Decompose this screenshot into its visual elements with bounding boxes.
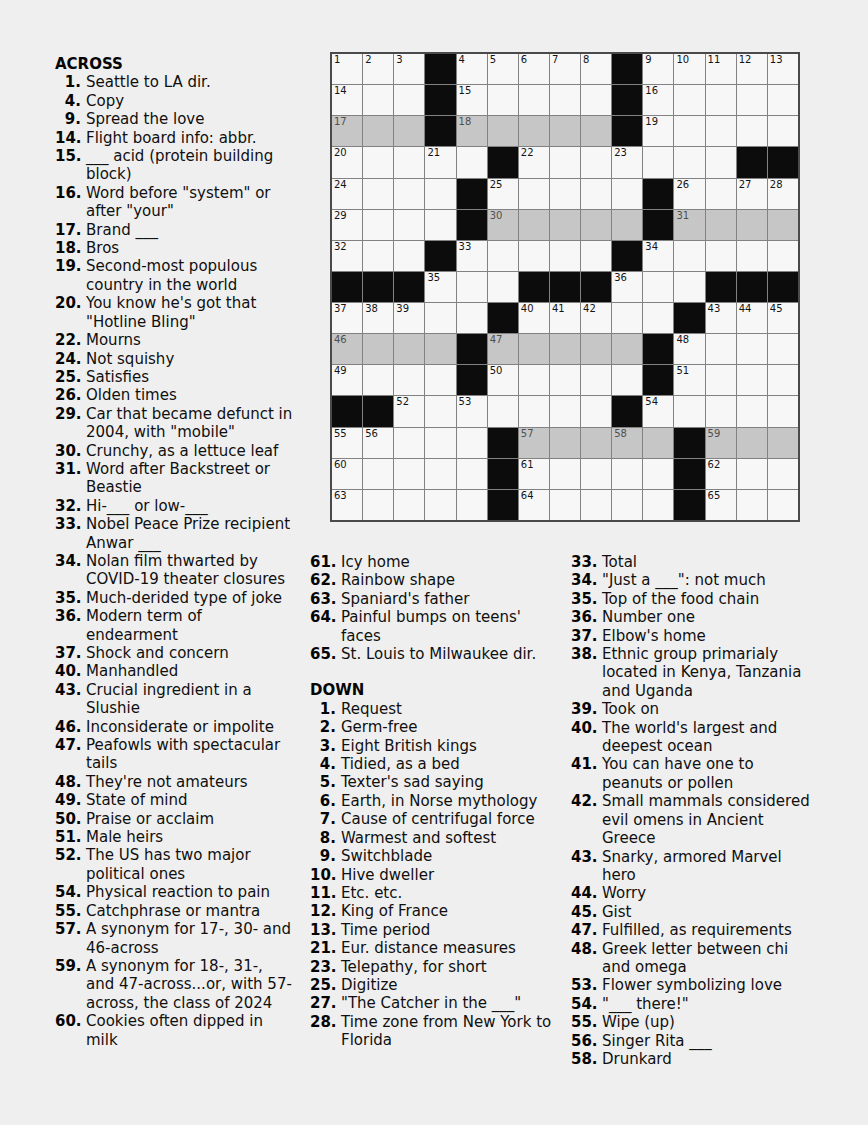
clue-text: "___ there!" [602, 995, 817, 1013]
grid-cell[interactable] [737, 116, 767, 146]
grid-cell[interactable] [706, 334, 736, 364]
clue-45-down[interactable]: 45.Gist [571, 903, 817, 921]
grid-cell[interactable] [425, 490, 455, 520]
grid-cell[interactable]: 6 [519, 54, 549, 84]
clue-8-down[interactable]: 8.Warmest and softest [310, 829, 552, 847]
clue-16-across[interactable]: 16.Word before "system" or after "your" [55, 184, 293, 221]
clue-19-across[interactable]: 19.Second-most populous country in the w… [55, 257, 293, 294]
shaded-cell[interactable]: 18 [457, 116, 487, 146]
grid-cell[interactable]: 50 [488, 365, 518, 395]
grid-cell[interactable] [581, 179, 611, 209]
clue-9-down[interactable]: 9.Switchblade [310, 847, 552, 865]
grid-cell[interactable] [706, 396, 736, 426]
grid-cell[interactable] [581, 241, 611, 271]
down-clue-list: 1.Request2.Germ-free3.Eight British king… [310, 700, 552, 1050]
clue-58-down[interactable]: 58.Drunkard [571, 1050, 817, 1068]
clue-1-down[interactable]: 1.Request [310, 700, 552, 718]
grid-cell[interactable] [457, 428, 487, 458]
grid-cell[interactable] [550, 490, 580, 520]
clue-41-down[interactable]: 41.You can have one to peanuts or pollen [571, 755, 817, 792]
grid-cell[interactable]: 4 [457, 54, 487, 84]
clue-number: 9. [55, 110, 81, 128]
grid-cell[interactable] [457, 147, 487, 177]
clue-32-across[interactable]: 32.Hi-___ or low-___ [55, 497, 293, 515]
grid-cell[interactable]: 11 [706, 54, 736, 84]
clue-4-across[interactable]: 4.Copy [55, 92, 293, 110]
grid-cell[interactable] [706, 85, 736, 115]
clue-47-across[interactable]: 47.Peafowls with spectacular tails [55, 736, 293, 773]
clue-13-down[interactable]: 13.Time period [310, 921, 552, 939]
grid-cell[interactable] [643, 303, 673, 333]
clue-number: 62. [310, 571, 336, 589]
grid-cell[interactable] [581, 459, 611, 489]
clue-25-down[interactable]: 25.Digitize [310, 976, 552, 994]
clue-number: 58. [571, 1050, 597, 1068]
grid-cell[interactable]: 28 [768, 179, 798, 209]
shaded-cell[interactable] [550, 334, 580, 364]
shaded-cell[interactable] [550, 210, 580, 240]
grid-cell[interactable]: 55 [332, 428, 362, 458]
clue-37-across[interactable]: 37.Shock and concern [55, 644, 293, 662]
shaded-cell[interactable]: 58 [612, 428, 642, 458]
clue-number: 60. [55, 1012, 81, 1030]
grid-cell[interactable] [550, 147, 580, 177]
grid-cell[interactable]: 21 [425, 147, 455, 177]
grid-cell[interactable] [519, 241, 549, 271]
grid-cell[interactable] [488, 85, 518, 115]
grid-cell[interactable] [768, 396, 798, 426]
grid-cell[interactable] [612, 490, 642, 520]
clue-55-down[interactable]: 55.Wipe (up) [571, 1013, 817, 1031]
shaded-cell[interactable] [737, 428, 767, 458]
grid-cell[interactable]: 65 [706, 490, 736, 520]
grid-cell[interactable]: 16 [643, 85, 673, 115]
grid-cell[interactable] [643, 459, 673, 489]
grid-cell[interactable] [363, 241, 393, 271]
grid-cell[interactable] [612, 179, 642, 209]
shaded-cell[interactable]: 46 [332, 334, 362, 364]
grid-cell[interactable] [394, 365, 424, 395]
grid-cell[interactable] [425, 365, 455, 395]
shaded-cell[interactable] [768, 428, 798, 458]
grid-cell[interactable] [706, 147, 736, 177]
grid-cell[interactable] [394, 241, 424, 271]
grid-cell[interactable]: 3 [394, 54, 424, 84]
clue-48-across[interactable]: 48.They're not amateurs [55, 773, 293, 791]
grid-cell[interactable] [581, 147, 611, 177]
black-square [643, 365, 673, 395]
shaded-cell[interactable]: 31 [674, 210, 704, 240]
clue-text: Flight board info: abbr. [86, 129, 293, 147]
shaded-cell[interactable] [550, 116, 580, 146]
clue-6-down[interactable]: 6.Earth, in Norse mythology [310, 792, 552, 810]
grid-cell[interactable] [488, 396, 518, 426]
clue-46-across[interactable]: 46.Inconsiderate or impolite [55, 718, 293, 736]
grid-cell[interactable] [674, 272, 704, 302]
grid-cell[interactable] [457, 272, 487, 302]
cell-number: 12 [739, 54, 752, 66]
grid-cell[interactable] [550, 396, 580, 426]
grid-cell[interactable] [737, 241, 767, 271]
shaded-cell[interactable] [612, 334, 642, 364]
clue-35-down[interactable]: 35.Top of the food chain [571, 590, 817, 608]
clue-24-across[interactable]: 24.Not squishy [55, 350, 293, 368]
clue-9-across[interactable]: 9.Spread the love [55, 110, 293, 128]
grid-cell[interactable]: 36 [612, 272, 642, 302]
grid-cell[interactable]: 51 [674, 365, 704, 395]
cell-number: 58 [614, 428, 627, 440]
grid-cell[interactable] [363, 179, 393, 209]
clue-37-down[interactable]: 37.Elbow's home [571, 627, 817, 645]
grid-cell[interactable] [394, 210, 424, 240]
clue-4-down[interactable]: 4.Tidied, as a bed [310, 755, 552, 773]
grid-cell[interactable]: 39 [394, 303, 424, 333]
grid-cell[interactable] [674, 85, 704, 115]
grid-cell[interactable] [581, 85, 611, 115]
grid-cell[interactable]: 54 [643, 396, 673, 426]
clue-text: Etc. etc. [341, 884, 552, 902]
grid-cell[interactable]: 35 [425, 272, 455, 302]
grid-cell[interactable] [550, 85, 580, 115]
grid-cell[interactable] [612, 459, 642, 489]
black-square [612, 54, 642, 84]
shaded-cell[interactable] [519, 116, 549, 146]
grid-cell[interactable] [581, 490, 611, 520]
clue-59-across[interactable]: 59.A synonym for 18-, 31-, and 47-across… [55, 957, 293, 1012]
grid-cell[interactable]: 14 [332, 85, 362, 115]
clue-50-across[interactable]: 50.Praise or acclaim [55, 810, 293, 828]
grid-cell[interactable] [737, 85, 767, 115]
crossword-grid[interactable]: 1234567891011121314151617181920212223242… [330, 52, 800, 522]
clue-29-across[interactable]: 29.Car that became defunct in 2004, with… [55, 405, 293, 442]
clue-62-across[interactable]: 62.Rainbow shape [310, 571, 552, 589]
grid-cell[interactable]: 24 [332, 179, 362, 209]
clue-33-across[interactable]: 33.Nobel Peace Prize recipient Anwar ___ [55, 515, 293, 552]
grid-cell[interactable] [394, 428, 424, 458]
grid-cell[interactable]: 34 [643, 241, 673, 271]
grid-cell[interactable]: 22 [519, 147, 549, 177]
clue-56-down[interactable]: 56.Singer Rita ___ [571, 1032, 817, 1050]
grid-cell[interactable]: 37 [332, 303, 362, 333]
clue-60-across[interactable]: 60.Cookies often dipped in milk [55, 1012, 293, 1049]
grid-cell[interactable] [457, 303, 487, 333]
grid-cell[interactable] [519, 85, 549, 115]
clue-11-down[interactable]: 11.Etc. etc. [310, 884, 552, 902]
grid-cell[interactable] [674, 116, 704, 146]
clue-text: Crucial ingredient in a Slushie [86, 681, 293, 718]
grid-cell[interactable] [519, 396, 549, 426]
cell-number: 3 [396, 54, 402, 66]
clue-27-down[interactable]: 27."The Catcher in the ___" [310, 994, 552, 1012]
clue-54-across[interactable]: 54.Physical reaction to pain [55, 883, 293, 901]
clue-22-across[interactable]: 22.Mourns [55, 331, 293, 349]
clue-44-down[interactable]: 44.Worry [571, 884, 817, 902]
grid-cell[interactable] [425, 303, 455, 333]
shaded-cell[interactable] [550, 428, 580, 458]
grid-cell[interactable] [425, 459, 455, 489]
across-clues-column: ACROSS 1.Seattle to LA dir.4.Copy9.Sprea… [55, 55, 293, 1049]
grid-cell[interactable]: 61 [519, 459, 549, 489]
shaded-cell[interactable]: 59 [706, 428, 736, 458]
grid-cell[interactable] [394, 490, 424, 520]
clue-36-down[interactable]: 36.Number one [571, 608, 817, 626]
grid-cell[interactable] [768, 490, 798, 520]
grid-cell[interactable]: 63 [332, 490, 362, 520]
grid-cell[interactable] [425, 210, 455, 240]
clue-12-down[interactable]: 12.King of France [310, 902, 552, 920]
shaded-cell[interactable] [706, 210, 736, 240]
clue-48-down[interactable]: 48.Greek letter between chi and omega [571, 940, 817, 977]
grid-cell[interactable] [768, 85, 798, 115]
clue-51-across[interactable]: 51.Male heirs [55, 828, 293, 846]
grid-cell[interactable] [737, 490, 767, 520]
grid-cell[interactable] [737, 334, 767, 364]
black-square [768, 272, 798, 302]
clue-7-down[interactable]: 7.Cause of centrifugal force [310, 810, 552, 828]
grid-cell[interactable] [394, 179, 424, 209]
grid-cell[interactable]: 7 [550, 54, 580, 84]
clue-number: 37. [55, 644, 81, 662]
clue-53-down[interactable]: 53.Flower symbolizing love [571, 976, 817, 994]
shaded-cell[interactable] [363, 334, 393, 364]
shaded-cell[interactable] [488, 116, 518, 146]
clue-30-across[interactable]: 30.Crunchy, as a lettuce leaf [55, 442, 293, 460]
clue-43-across[interactable]: 43.Crucial ingredient in a Slushie [55, 681, 293, 718]
clue-number: 9. [310, 847, 336, 865]
grid-cell[interactable] [363, 210, 393, 240]
shaded-cell[interactable] [394, 116, 424, 146]
grid-cell[interactable] [425, 179, 455, 209]
shaded-cell[interactable]: 57 [519, 428, 549, 458]
grid-cell[interactable]: 1 [332, 54, 362, 84]
grid-cell[interactable]: 23 [612, 147, 642, 177]
grid-cell[interactable]: 62 [706, 459, 736, 489]
clue-26-across[interactable]: 26.Olden times [55, 386, 293, 404]
clue-36-across[interactable]: 36.Modern term of endearment [55, 607, 293, 644]
across-header: ACROSS [55, 55, 293, 73]
clue-17-across[interactable]: 17.Brand ___ [55, 221, 293, 239]
grid-cell[interactable]: 10 [674, 54, 704, 84]
grid-cell[interactable]: 40 [519, 303, 549, 333]
grid-cell[interactable] [768, 459, 798, 489]
clue-34-down[interactable]: 34."Just a ___": not much [571, 571, 817, 589]
clue-40-down[interactable]: 40.The world's largest and deepest ocean [571, 719, 817, 756]
clue-39-down[interactable]: 39.Took on [571, 700, 817, 718]
grid-cell[interactable] [706, 116, 736, 146]
clue-47-down[interactable]: 47.Fulfilled, as requirements [571, 921, 817, 939]
grid-cell[interactable] [550, 179, 580, 209]
clue-40-across[interactable]: 40.Manhandled [55, 662, 293, 680]
shaded-cell[interactable] [519, 210, 549, 240]
grid-cell[interactable]: 38 [363, 303, 393, 333]
grid-cell[interactable] [519, 179, 549, 209]
clue-5-down[interactable]: 5.Texter's sad saying [310, 773, 552, 791]
shaded-cell[interactable] [425, 334, 455, 364]
grid-cell[interactable]: 27 [737, 179, 767, 209]
clue-21-down[interactable]: 21.Eur. distance measures [310, 939, 552, 957]
clue-number: 59. [55, 957, 81, 975]
grid-cell[interactable] [737, 459, 767, 489]
grid-cell[interactable] [488, 272, 518, 302]
clue-1-across[interactable]: 1.Seattle to LA dir. [55, 73, 293, 91]
grid-cell[interactable]: 9 [643, 54, 673, 84]
grid-cell[interactable] [768, 241, 798, 271]
clue-10-down[interactable]: 10.Hive dweller [310, 866, 552, 884]
clue-35-across[interactable]: 35.Much-derided type of joke [55, 589, 293, 607]
clue-number: 51. [55, 828, 81, 846]
grid-cell[interactable] [674, 396, 704, 426]
cell-number: 31 [676, 210, 689, 222]
clue-text: Texter's sad saying [341, 773, 552, 791]
grid-cell[interactable] [363, 147, 393, 177]
grid-cell[interactable]: 20 [332, 147, 362, 177]
grid-cell[interactable] [394, 147, 424, 177]
grid-cell[interactable]: 53 [457, 396, 487, 426]
clue-34-across[interactable]: 34.Nolan film thwarted by COVID-19 theat… [55, 552, 293, 589]
grid-cell[interactable] [768, 334, 798, 364]
shaded-cell[interactable]: 30 [488, 210, 518, 240]
grid-cell[interactable] [363, 365, 393, 395]
grid-cell[interactable]: 45 [768, 303, 798, 333]
grid-cell[interactable] [612, 365, 642, 395]
clue-14-across[interactable]: 14.Flight board info: abbr. [55, 129, 293, 147]
grid-cell[interactable] [519, 365, 549, 395]
grid-cell[interactable]: 12 [737, 54, 767, 84]
grid-cell[interactable] [550, 241, 580, 271]
grid-cell[interactable] [394, 85, 424, 115]
clue-25-across[interactable]: 25.Satisfies [55, 368, 293, 386]
clue-number: 34. [55, 552, 81, 570]
clue-text: Mourns [86, 331, 293, 349]
grid-cell[interactable]: 29 [332, 210, 362, 240]
shaded-cell[interactable] [581, 116, 611, 146]
clue-number: 25. [310, 976, 336, 994]
grid-cell[interactable] [581, 396, 611, 426]
clue-2-down[interactable]: 2.Germ-free [310, 718, 552, 736]
grid-cell[interactable]: 60 [332, 459, 362, 489]
clue-28-down[interactable]: 28.Time zone from New York to Florida [310, 1013, 552, 1050]
grid-cell[interactable]: 32 [332, 241, 362, 271]
shaded-cell[interactable] [612, 210, 642, 240]
clue-text: Hive dweller [341, 866, 552, 884]
shaded-cell[interactable] [581, 210, 611, 240]
grid-cell[interactable] [488, 241, 518, 271]
shaded-cell[interactable] [581, 334, 611, 364]
clue-15-across[interactable]: 15.___ acid (protein building block) [55, 147, 293, 184]
clue-18-across[interactable]: 18.Bros [55, 239, 293, 257]
grid-cell[interactable] [737, 365, 767, 395]
grid-cell[interactable] [550, 459, 580, 489]
grid-cell[interactable] [581, 365, 611, 395]
clue-61-across[interactable]: 61.Icy home [310, 553, 552, 571]
grid-cell[interactable]: 8 [581, 54, 611, 84]
clue-57-across[interactable]: 57.A synonym for 17-, 30- and 46-across [55, 920, 293, 957]
grid-cell[interactable] [550, 365, 580, 395]
shaded-cell[interactable] [768, 210, 798, 240]
grid-cell[interactable]: 5 [488, 54, 518, 84]
grid-cell[interactable] [363, 85, 393, 115]
grid-cell[interactable]: 33 [457, 241, 487, 271]
grid-cell[interactable] [706, 365, 736, 395]
clue-31-across[interactable]: 31.Word after Backstreet or Beastie [55, 460, 293, 497]
grid-cell[interactable] [363, 459, 393, 489]
clue-33-down[interactable]: 33.Total [571, 553, 817, 571]
clue-42-down[interactable]: 42.Small mammals considered evil omens i… [571, 792, 817, 847]
grid-cell[interactable] [425, 396, 455, 426]
grid-cell[interactable] [737, 396, 767, 426]
shaded-cell[interactable] [737, 210, 767, 240]
shaded-cell[interactable] [519, 334, 549, 364]
grid-cell[interactable]: 56 [363, 428, 393, 458]
grid-cell[interactable] [643, 490, 673, 520]
grid-cell[interactable] [425, 428, 455, 458]
grid-cell[interactable]: 49 [332, 365, 362, 395]
clue-text: Snarky, armored Marvel hero [602, 848, 817, 885]
clue-55-across[interactable]: 55.Catchphrase or mantra [55, 902, 293, 920]
black-square [363, 272, 393, 302]
clue-3-down[interactable]: 3.Eight British kings [310, 737, 552, 755]
grid-cell[interactable]: 64 [519, 490, 549, 520]
cell-number: 14 [334, 85, 347, 97]
clue-number: 55. [55, 902, 81, 920]
grid-cell[interactable]: 15 [457, 85, 487, 115]
shaded-cell[interactable]: 17 [332, 116, 362, 146]
grid-cell[interactable]: 19 [643, 116, 673, 146]
shaded-cell[interactable] [363, 116, 393, 146]
clue-text: Crunchy, as a lettuce leaf [86, 442, 293, 460]
grid-cell[interactable] [706, 179, 736, 209]
clue-63-across[interactable]: 63.Spaniard's father [310, 590, 552, 608]
clue-20-across[interactable]: 20.You know he's got that "Hotline Bling… [55, 294, 293, 331]
grid-cell[interactable] [457, 459, 487, 489]
grid-cell[interactable]: 44 [737, 303, 767, 333]
clue-23-down[interactable]: 23.Telepathy, for short [310, 958, 552, 976]
grid-cell[interactable]: 42 [581, 303, 611, 333]
grid-cell[interactable] [643, 272, 673, 302]
grid-cell[interactable]: 48 [674, 334, 704, 364]
grid-cell[interactable] [643, 147, 673, 177]
clue-65-across[interactable]: 65.St. Louis to Milwaukee dir. [310, 645, 552, 663]
grid-cell[interactable]: 25 [488, 179, 518, 209]
grid-cell[interactable]: 13 [768, 54, 798, 84]
clue-number: 42. [571, 792, 597, 810]
clue-49-across[interactable]: 49.State of mind [55, 791, 293, 809]
grid-cell[interactable]: 26 [674, 179, 704, 209]
clue-38-down[interactable]: 38.Ethnic group primarialy located in Ke… [571, 645, 817, 700]
grid-cell[interactable]: 41 [550, 303, 580, 333]
grid-cell[interactable]: 43 [706, 303, 736, 333]
grid-cell[interactable] [457, 490, 487, 520]
grid-cell[interactable] [768, 116, 798, 146]
shaded-cell[interactable] [643, 428, 673, 458]
shaded-cell[interactable]: 47 [488, 334, 518, 364]
grid-cell[interactable] [394, 459, 424, 489]
grid-cell[interactable] [768, 365, 798, 395]
grid-cell[interactable] [612, 303, 642, 333]
grid-cell[interactable] [674, 241, 704, 271]
shaded-cell[interactable] [581, 428, 611, 458]
clue-64-across[interactable]: 64.Painful bumps on teens' faces [310, 608, 552, 645]
grid-cell[interactable] [674, 147, 704, 177]
clue-43-down[interactable]: 43.Snarky, armored Marvel hero [571, 848, 817, 885]
shaded-cell[interactable] [394, 334, 424, 364]
grid-cell[interactable] [363, 490, 393, 520]
grid-cell[interactable]: 52 [394, 396, 424, 426]
grid-cell[interactable] [706, 241, 736, 271]
clue-52-across[interactable]: 52.The US has two major political ones [55, 846, 293, 883]
clue-54-down[interactable]: 54."___ there!" [571, 995, 817, 1013]
grid-cell[interactable]: 2 [363, 54, 393, 84]
